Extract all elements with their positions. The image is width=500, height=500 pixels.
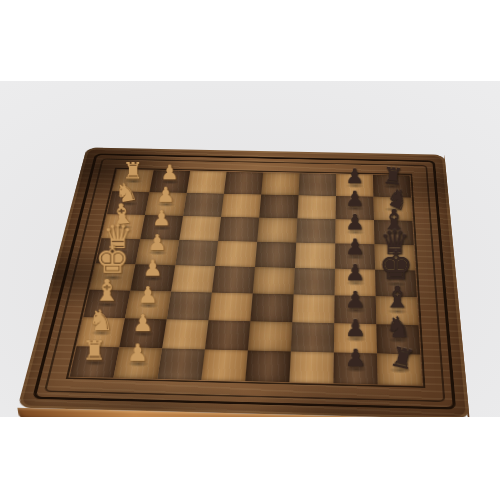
black-pawn: ♟: [345, 347, 367, 371]
square: [245, 350, 291, 382]
square: [218, 217, 259, 242]
square: [208, 293, 252, 322]
square: ♟: [113, 347, 162, 379]
square: [261, 172, 299, 195]
square: [297, 195, 336, 219]
white-pawn: ♟: [147, 232, 167, 254]
square: [257, 218, 297, 243]
square: [294, 268, 335, 295]
square: [179, 216, 221, 241]
square: [212, 266, 255, 293]
white-pawn: ♟: [127, 341, 148, 365]
board-grid: ♜♟♟♜♞♟♟♞♝♟♟♝♛♟♟♛♚♟♟♚♝♟♟♝♞♟♟♞♜♟♟♜: [70, 169, 422, 385]
square: [255, 242, 296, 268]
square: [296, 218, 335, 243]
black-bishop: ♝: [383, 283, 410, 313]
photo-frame: ♜♟♟♜♞♟♟♞♝♟♟♝♛♟♟♛♚♟♟♚♝♟♟♝♞♟♟♞♜♟♟♜: [0, 0, 500, 500]
black-pawn: ♟: [345, 212, 364, 233]
white-bishop: ♝: [93, 276, 120, 306]
square: [183, 193, 224, 217]
letterbox-bottom: [0, 417, 500, 500]
black-pawn: ♟: [345, 237, 365, 259]
scene-3d: ♜♟♟♜♞♟♟♞♝♟♟♝♛♟♟♛♚♟♟♚♝♟♟♝♞♟♟♞♜♟♟♜: [0, 81, 500, 417]
square: [224, 172, 263, 195]
chess-board: ♜♟♟♜♞♟♟♞♝♟♟♝♛♟♟♛♚♟♟♚♝♟♟♝♞♟♟♞♜♟♟♜: [17, 148, 469, 417]
square: [289, 351, 334, 383]
square: [299, 173, 337, 196]
square: [167, 292, 212, 321]
square: [171, 265, 215, 292]
square: [248, 321, 292, 351]
photograph: ♜♟♟♜♞♟♟♞♝♟♟♝♛♟♟♛♚♟♟♚♝♟♟♝♞♟♟♞♜♟♟♜: [0, 81, 500, 417]
square: [253, 267, 295, 294]
square: [205, 320, 250, 350]
board-side-edge: [17, 408, 469, 417]
square: [291, 322, 334, 352]
square: [215, 241, 257, 267]
black-pawn: ♟: [346, 167, 364, 187]
white-pawn: ♟: [152, 208, 171, 229]
letterbox-top: [0, 0, 500, 81]
black-pawn: ♟: [345, 317, 366, 340]
white-rook: ♜: [82, 337, 106, 364]
square: ♟: [334, 353, 378, 385]
black-pawn: ♟: [345, 289, 366, 312]
square: [221, 194, 261, 218]
black-knight: ♞: [385, 313, 411, 342]
square: [162, 319, 208, 349]
square: [250, 293, 293, 322]
white-knight: ♞: [88, 306, 114, 335]
square: [259, 194, 298, 218]
square: ♜: [377, 354, 422, 386]
square: [157, 348, 205, 380]
black-pawn: ♟: [345, 189, 364, 210]
square: ♜: [70, 346, 120, 378]
square: [292, 294, 334, 323]
white-pawn: ♟: [143, 258, 163, 280]
black-pawn: ♟: [345, 262, 365, 284]
square: [187, 171, 227, 194]
white-pawn: ♟: [138, 284, 158, 307]
square: [175, 240, 218, 266]
square: [201, 349, 248, 381]
board-right-edge: [444, 155, 470, 417]
white-pawn: ♟: [161, 163, 179, 183]
white-pawn: ♟: [132, 312, 153, 335]
square: [295, 243, 335, 269]
white-pawn: ♟: [156, 185, 175, 206]
